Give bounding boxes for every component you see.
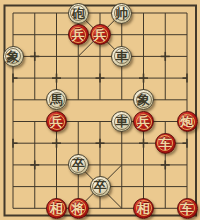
piece-character: 将 [72,197,85,218]
piece-character: 卒 [94,176,107,197]
piece-character: 車 [115,45,128,66]
piece-character: 兵 [50,111,63,132]
piece-character: 炮 [181,111,194,132]
piece-character: 相 [50,197,63,218]
piece-character: 馬 [50,89,63,110]
piece-character: 卒 [72,154,85,175]
piece-ivory-soldier[interactable]: 卒 [90,176,111,197]
xiangqi-board[interactable]: 砲帅兵兵象車馬象兵車兵炮车卒卒相将相车 [0,0,200,220]
piece-character: 象 [137,89,150,110]
piece-red-chariot[interactable]: 车 [155,133,176,154]
piece-character: 象 [7,45,20,66]
piece-ivory-general[interactable]: 帅 [111,3,132,24]
piece-ivory-elephant[interactable]: 象 [133,89,154,110]
piece-character: 车 [181,197,194,218]
piece-ivory-cannon[interactable]: 砲 [68,3,89,24]
piece-red-elephant[interactable]: 相 [133,198,154,219]
piece-ivory-soldier[interactable]: 卒 [68,154,89,175]
piece-red-soldier[interactable]: 兵 [90,24,111,45]
piece-red-elephant[interactable]: 相 [46,198,67,219]
piece-character: 兵 [72,24,85,45]
piece-character: 車 [115,111,128,132]
piece-character: 兵 [94,24,107,45]
piece-character: 帅 [115,2,128,23]
piece-character: 车 [159,132,172,153]
piece-character: 砲 [72,2,85,23]
pieces-layer: 砲帅兵兵象車馬象兵車兵炮车卒卒相将相车 [0,0,200,220]
piece-red-soldier[interactable]: 兵 [133,111,154,132]
piece-red-chariot[interactable]: 车 [177,198,198,219]
piece-ivory-chariot[interactable]: 車 [111,111,132,132]
piece-ivory-elephant[interactable]: 象 [3,46,24,67]
piece-character: 相 [137,197,150,218]
piece-red-cannon[interactable]: 炮 [177,111,198,132]
piece-red-soldier[interactable]: 兵 [68,24,89,45]
piece-character: 兵 [137,111,150,132]
piece-ivory-chariot[interactable]: 車 [111,46,132,67]
piece-red-general[interactable]: 将 [68,198,89,219]
piece-ivory-horse[interactable]: 馬 [46,89,67,110]
piece-red-soldier[interactable]: 兵 [46,111,67,132]
